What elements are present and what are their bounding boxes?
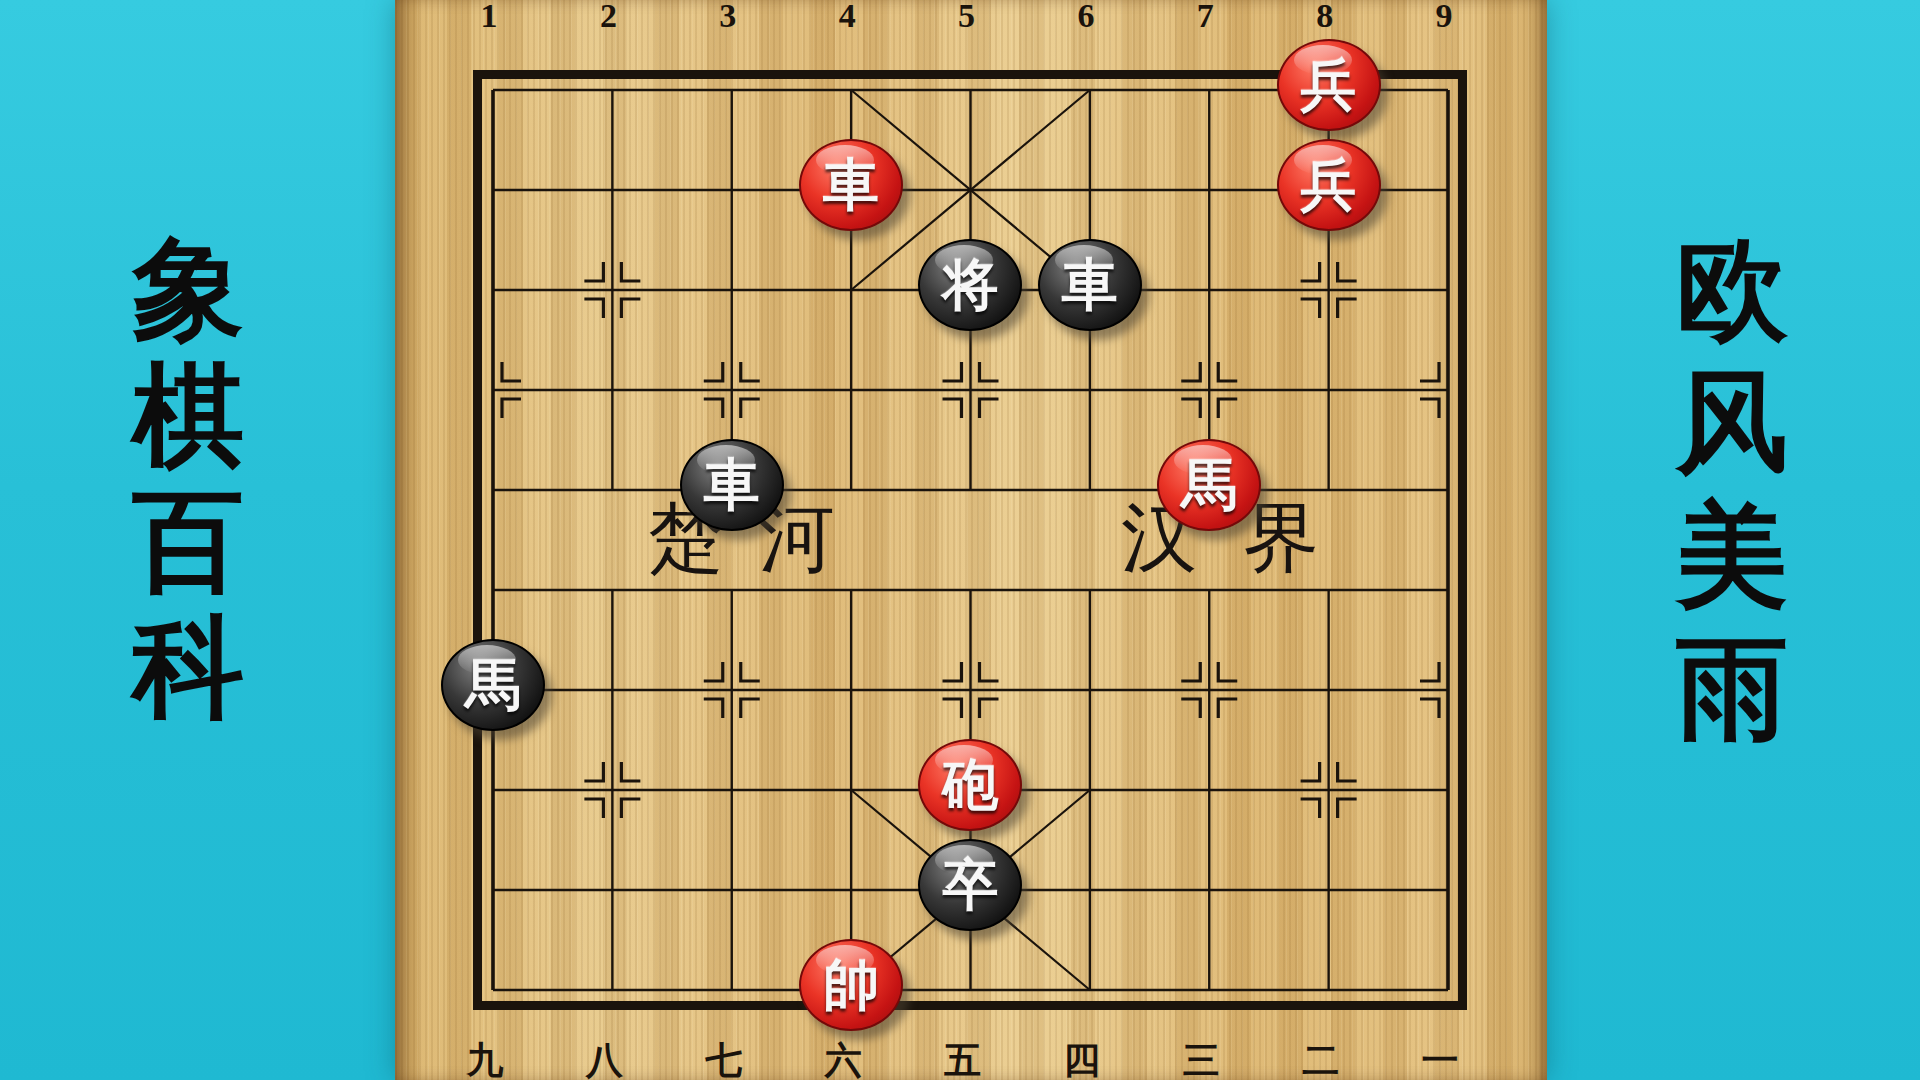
piece-red-general[interactable]: 帥 [799,939,903,1031]
file-label-bottom-9: 一 [1422,1042,1459,1079]
file-label-top-7: 7 [1197,0,1214,33]
file-label-top-9: 9 [1436,0,1453,33]
file-label-top-8: 8 [1316,0,1333,33]
piece-red-cannon[interactable]: 砲 [918,739,1022,831]
piece-char: 車 [823,157,879,213]
file-label-bottom-8: 二 [1302,1042,1339,1079]
screenshot-stage: 楚 河 汉 界 123456789 九八七六五四三二一 象 棋 百 科 欧 风 … [0,0,1920,1080]
file-label-bottom-6: 四 [1063,1042,1100,1079]
caption-right-oufeng-meiyu: 欧 风 美 雨 [1676,223,1788,755]
piece-char: 卒 [942,857,998,913]
file-label-top-6: 6 [1077,0,1094,33]
piece-black-chariot[interactable]: 車 [680,439,784,531]
piece-red-chariot[interactable]: 車 [799,139,903,231]
piece-char: 馬 [1181,457,1237,513]
file-label-bottom-7: 三 [1183,1042,1220,1079]
piece-black-general[interactable]: 将 [918,239,1022,331]
file-label-bottom-3: 七 [705,1042,742,1079]
piece-red-soldier[interactable]: 兵 [1277,39,1381,131]
piece-char: 兵 [1301,57,1357,113]
piece-char: 帥 [823,957,879,1013]
file-label-bottom-1: 九 [467,1042,504,1079]
piece-char: 将 [942,257,998,313]
file-label-bottom-4: 六 [825,1042,862,1079]
piece-red-horse[interactable]: 馬 [1157,439,1261,531]
caption-left-xiangqi-baike: 象 棋 百 科 [132,227,244,731]
piece-black-soldier[interactable]: 卒 [918,839,1022,931]
piece-black-horse[interactable]: 馬 [441,639,545,731]
file-label-top-2: 2 [600,0,617,33]
piece-char: 砲 [942,757,998,813]
xiangqi-board-grid: 兵車兵将車車馬馬砲卒帥 [433,40,1507,1040]
file-label-top-3: 3 [719,0,736,33]
piece-char: 馬 [465,657,521,713]
file-label-bottom-5: 五 [944,1042,981,1079]
file-label-top-1: 1 [481,0,498,33]
file-label-bottom-2: 八 [586,1042,623,1079]
piece-red-soldier[interactable]: 兵 [1277,139,1381,231]
piece-char: 兵 [1301,157,1357,213]
piece-char: 車 [704,457,760,513]
file-label-top-5: 5 [958,0,975,33]
file-label-top-4: 4 [839,0,856,33]
piece-black-chariot[interactable]: 車 [1038,239,1142,331]
piece-char: 車 [1062,257,1118,313]
